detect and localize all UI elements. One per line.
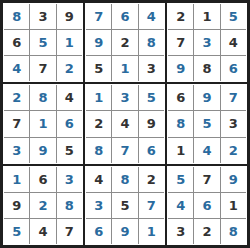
cell-r4c3[interactable]: 4 [57, 85, 82, 110]
cell-r7c7[interactable]: 5 [168, 167, 193, 192]
box-1: 839651472 [3, 3, 83, 82]
cell-r3c3[interactable]: 2 [57, 56, 82, 81]
cell-r1c8[interactable]: 1 [194, 4, 219, 29]
cell-r9c3[interactable]: 7 [57, 219, 82, 244]
cell-r9c9[interactable]: 8 [221, 219, 246, 244]
cell-r5c6[interactable]: 9 [139, 111, 164, 136]
cell-r3c5[interactable]: 1 [112, 56, 137, 81]
cell-r8c4[interactable]: 3 [86, 193, 111, 218]
cell-r2c9[interactable]: 4 [221, 30, 246, 55]
cell-r1c3[interactable]: 9 [57, 4, 82, 29]
cell-r6c9[interactable]: 2 [221, 138, 246, 163]
cell-r5c8[interactable]: 5 [194, 111, 219, 136]
cell-r8c1[interactable]: 9 [4, 193, 29, 218]
cell-r8c6[interactable]: 7 [139, 193, 164, 218]
cell-r3c9[interactable]: 6 [221, 56, 246, 81]
box-6: 697853142 [167, 84, 247, 163]
cell-r2c1[interactable]: 6 [4, 30, 29, 55]
box-4: 284716395 [3, 84, 83, 163]
cell-r7c5[interactable]: 8 [112, 167, 137, 192]
cell-r3c7[interactable]: 9 [168, 56, 193, 81]
cell-r3c8[interactable]: 8 [194, 56, 219, 81]
cell-r9c4[interactable]: 6 [86, 219, 111, 244]
cell-r9c7[interactable]: 3 [168, 219, 193, 244]
cell-r5c1[interactable]: 7 [4, 111, 29, 136]
cell-r8c3[interactable]: 8 [57, 193, 82, 218]
cell-r6c7[interactable]: 1 [168, 138, 193, 163]
cell-r9c8[interactable]: 2 [194, 219, 219, 244]
cell-r6c4[interactable]: 8 [86, 138, 111, 163]
cell-r2c8[interactable]: 3 [194, 30, 219, 55]
cell-r1c6[interactable]: 4 [139, 4, 164, 29]
cell-r1c2[interactable]: 3 [30, 4, 55, 29]
cell-r8c9[interactable]: 1 [221, 193, 246, 218]
cell-r5c4[interactable]: 2 [86, 111, 111, 136]
cell-r5c3[interactable]: 6 [57, 111, 82, 136]
cell-r7c3[interactable]: 3 [57, 167, 82, 192]
cell-r5c7[interactable]: 8 [168, 111, 193, 136]
cell-r7c1[interactable]: 1 [4, 167, 29, 192]
sudoku-board: 8396514727649285132157349862847163951352… [0, 0, 250, 248]
box-7: 163928547 [3, 166, 83, 245]
cell-r8c2[interactable]: 2 [30, 193, 55, 218]
cell-r7c9[interactable]: 9 [221, 167, 246, 192]
cell-r3c2[interactable]: 7 [30, 56, 55, 81]
cell-r4c5[interactable]: 3 [112, 85, 137, 110]
cell-r4c7[interactable]: 6 [168, 85, 193, 110]
cell-r4c1[interactable]: 2 [4, 85, 29, 110]
cell-r5c9[interactable]: 3 [221, 111, 246, 136]
cell-r3c1[interactable]: 4 [4, 56, 29, 81]
box-3: 215734986 [167, 3, 247, 82]
cell-r2c3[interactable]: 1 [57, 30, 82, 55]
box-5: 135249876 [85, 84, 165, 163]
cell-r2c5[interactable]: 2 [112, 30, 137, 55]
cell-r1c9[interactable]: 5 [221, 4, 246, 29]
cell-r2c6[interactable]: 8 [139, 30, 164, 55]
cell-r5c5[interactable]: 4 [112, 111, 137, 136]
cell-r9c2[interactable]: 4 [30, 219, 55, 244]
cell-r6c2[interactable]: 9 [30, 138, 55, 163]
cell-r7c8[interactable]: 7 [194, 167, 219, 192]
cell-r4c8[interactable]: 9 [194, 85, 219, 110]
cell-r6c3[interactable]: 5 [57, 138, 82, 163]
cell-r7c6[interactable]: 2 [139, 167, 164, 192]
cell-r1c7[interactable]: 2 [168, 4, 193, 29]
cell-r9c1[interactable]: 5 [4, 219, 29, 244]
box-2: 764928513 [85, 3, 165, 82]
cell-r2c4[interactable]: 9 [86, 30, 111, 55]
cell-r2c7[interactable]: 7 [168, 30, 193, 55]
cell-r1c5[interactable]: 6 [112, 4, 137, 29]
cell-r8c8[interactable]: 6 [194, 193, 219, 218]
cell-r6c8[interactable]: 4 [194, 138, 219, 163]
cell-r2c2[interactable]: 5 [30, 30, 55, 55]
cell-r6c6[interactable]: 6 [139, 138, 164, 163]
box-9: 579461328 [167, 166, 247, 245]
cell-r7c2[interactable]: 6 [30, 167, 55, 192]
cell-r7c4[interactable]: 4 [86, 167, 111, 192]
cell-r9c6[interactable]: 1 [139, 219, 164, 244]
cell-r1c4[interactable]: 7 [86, 4, 111, 29]
cell-r5c2[interactable]: 1 [30, 111, 55, 136]
cell-r4c4[interactable]: 1 [86, 85, 111, 110]
cell-r8c5[interactable]: 5 [112, 193, 137, 218]
box-8: 482357691 [85, 166, 165, 245]
cell-r6c1[interactable]: 3 [4, 138, 29, 163]
cell-r4c6[interactable]: 5 [139, 85, 164, 110]
cell-r3c6[interactable]: 3 [139, 56, 164, 81]
cell-r3c4[interactable]: 5 [86, 56, 111, 81]
cell-r1c1[interactable]: 8 [4, 4, 29, 29]
cell-r8c7[interactable]: 4 [168, 193, 193, 218]
cell-r6c5[interactable]: 7 [112, 138, 137, 163]
cell-r9c5[interactable]: 9 [112, 219, 137, 244]
cell-r4c9[interactable]: 7 [221, 85, 246, 110]
cell-r4c2[interactable]: 8 [30, 85, 55, 110]
